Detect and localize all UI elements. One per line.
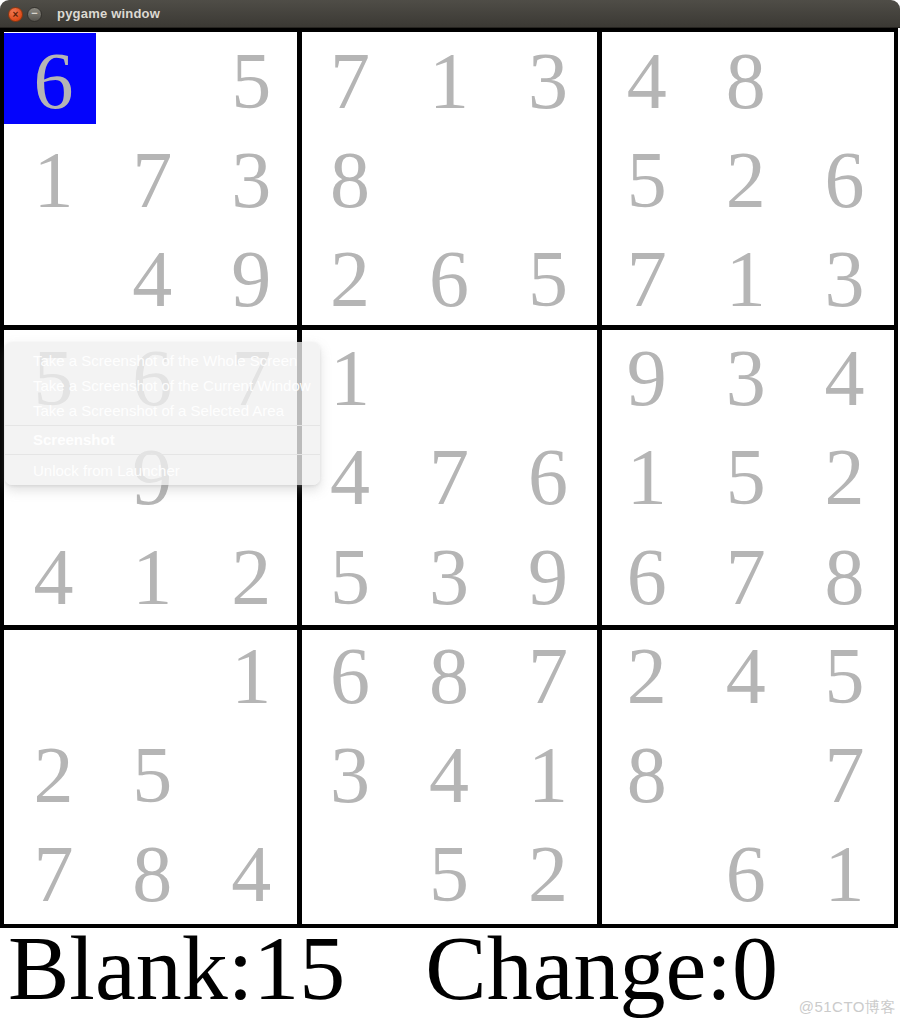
cell-r3c4[interactable]: 2: [301, 230, 400, 329]
cell-r9c5[interactable]: 5: [400, 825, 499, 924]
close-icon: ×: [13, 9, 19, 19]
cell-digit: 1: [231, 631, 271, 722]
cell-r6c3[interactable]: 2: [202, 528, 301, 627]
cell-digit: 1: [825, 829, 865, 920]
cell-digit: 7: [627, 234, 667, 325]
cell-digit: 5: [528, 234, 568, 325]
cell-digit: 1: [726, 234, 766, 325]
cell-r7c8[interactable]: 4: [696, 627, 795, 726]
cell-digit: 4: [627, 36, 667, 127]
cell-r9c9[interactable]: 1: [795, 825, 894, 924]
cell-r6c5[interactable]: 3: [400, 528, 499, 627]
cell-digit: 4: [231, 829, 271, 920]
cell-r8c6[interactable]: 1: [498, 726, 597, 825]
cell-r7c3[interactable]: 1: [202, 627, 301, 726]
cell-r5c8[interactable]: 5: [696, 428, 795, 527]
cell-r2c8[interactable]: 2: [696, 131, 795, 230]
cell-digit: 8: [429, 631, 469, 722]
window-titlebar[interactable]: × − pygame window: [0, 0, 900, 28]
cell-digit: 1: [33, 135, 73, 226]
cell-digit: 1: [330, 333, 370, 424]
cell-r2c2[interactable]: 7: [103, 131, 202, 230]
cell-digit: 8: [330, 135, 370, 226]
cell-digit: 7: [33, 829, 73, 920]
cell-r1c5[interactable]: 1: [400, 32, 499, 131]
cell-digit: 2: [33, 730, 73, 821]
cell-r1c7[interactable]: 4: [597, 32, 696, 131]
cell-r8c3[interactable]: [202, 726, 301, 825]
cell-digit: 1: [429, 36, 469, 127]
cell-digit: 2: [627, 631, 667, 722]
cell-digit: 1: [528, 730, 568, 821]
cell-r9c7[interactable]: [597, 825, 696, 924]
cell-digit: 2: [528, 829, 568, 920]
cell-r8c7[interactable]: 8: [597, 726, 696, 825]
cell-r2c3[interactable]: 3: [202, 131, 301, 230]
cell-r5c9[interactable]: 2: [795, 428, 894, 527]
cell-r7c5[interactable]: 8: [400, 627, 499, 726]
cell-digit: 4: [726, 631, 766, 722]
cell-r1c6[interactable]: 3: [498, 32, 597, 131]
cell-digit: 3: [528, 36, 568, 127]
cell-r4c6[interactable]: [498, 329, 597, 428]
cell-r1c3[interactable]: 5: [202, 32, 301, 131]
minimize-icon: −: [31, 9, 37, 18]
cell-r4c9[interactable]: 4: [795, 329, 894, 428]
cell-r6c6[interactable]: 9: [498, 528, 597, 627]
cell-r2c7[interactable]: 5: [597, 131, 696, 230]
cell-r2c5[interactable]: [400, 131, 499, 230]
cell-r1c9[interactable]: [795, 32, 894, 131]
cell-digit: 6: [726, 829, 766, 920]
menu-separator: [5, 454, 320, 455]
cell-r8c9[interactable]: 7: [795, 726, 894, 825]
cell-digit: 5: [231, 36, 271, 127]
cell-r4c7[interactable]: 9: [597, 329, 696, 428]
cell-digit: 3: [330, 730, 370, 821]
cell-digit: 4: [330, 432, 370, 523]
cell-r9c2[interactable]: 8: [103, 825, 202, 924]
cell-digit: 2: [330, 234, 370, 325]
cell-r5c6[interactable]: 6: [498, 428, 597, 527]
cell-digit: 3: [726, 333, 766, 424]
cell-r8c8[interactable]: [696, 726, 795, 825]
cell-r5c7[interactable]: 1: [597, 428, 696, 527]
window-title: pygame window: [57, 0, 160, 27]
menu-item-take-a-screenshot-of-a-selected-area[interactable]: Take a Screenshot of a Selected Area: [5, 398, 320, 423]
cell-r7c4[interactable]: 6: [301, 627, 400, 726]
cell-digit: 5: [330, 532, 370, 623]
cell-r3c6[interactable]: 5: [498, 230, 597, 329]
cell-r2c6[interactable]: [498, 131, 597, 230]
cell-r6c9[interactable]: 8: [795, 528, 894, 627]
status-bar: Blank:15 Change:0: [8, 916, 778, 1022]
cell-r8c1[interactable]: 2: [4, 726, 103, 825]
cell-r7c2[interactable]: [103, 627, 202, 726]
cell-r9c4[interactable]: [301, 825, 400, 924]
cell-digit: 6: [825, 135, 865, 226]
cell-digit: 5: [132, 730, 172, 821]
cell-digit: 2: [726, 135, 766, 226]
cell-r4c5[interactable]: [400, 329, 499, 428]
cell-digit: 5: [726, 432, 766, 523]
change-count-label: Change:0: [425, 916, 778, 1022]
menu-separator: [5, 425, 320, 426]
cell-digit: 1: [132, 532, 172, 623]
cell-r6c4[interactable]: 5: [301, 528, 400, 627]
screenshot-menu: Take a Screenshot of the Whole ScreenTak…: [5, 342, 320, 485]
cell-r3c1[interactable]: [4, 230, 103, 329]
blank-count-label: Blank:15: [8, 916, 345, 1022]
cell-digit: 8: [825, 532, 865, 623]
cell-r3c8[interactable]: 1: [696, 230, 795, 329]
cell-digit: 9: [627, 333, 667, 424]
cell-r3c3[interactable]: 9: [202, 230, 301, 329]
cell-digit: 6: [33, 36, 73, 127]
cell-r6c8[interactable]: 7: [696, 528, 795, 627]
cell-r9c8[interactable]: 6: [696, 825, 795, 924]
cell-digit: 6: [528, 432, 568, 523]
menu-item-take-a-screenshot-of-the-whole-screen[interactable]: Take a Screenshot of the Whole Screen: [5, 348, 320, 373]
cell-r3c5[interactable]: 6: [400, 230, 499, 329]
cell-digit: 8: [132, 829, 172, 920]
cell-digit: 7: [132, 135, 172, 226]
close-button[interactable]: ×: [8, 7, 23, 22]
cell-r3c7[interactable]: 7: [597, 230, 696, 329]
cell-r6c7[interactable]: 6: [597, 528, 696, 627]
cell-digit: 9: [528, 532, 568, 623]
cell-r2c4[interactable]: 8: [301, 131, 400, 230]
cell-digit: 8: [627, 730, 667, 821]
cell-digit: 3: [429, 532, 469, 623]
cell-digit: 6: [429, 234, 469, 325]
cell-r9c3[interactable]: 4: [202, 825, 301, 924]
cell-r2c9[interactable]: 6: [795, 131, 894, 230]
cell-digit: 2: [231, 532, 271, 623]
cell-r3c2[interactable]: 4: [103, 230, 202, 329]
cell-r5c5[interactable]: 7: [400, 428, 499, 527]
cell-digit: 6: [330, 631, 370, 722]
menu-item-unlock-from-launcher[interactable]: Unlock from Launcher: [5, 457, 320, 485]
cell-r7c6[interactable]: 7: [498, 627, 597, 726]
cell-r7c1[interactable]: [4, 627, 103, 726]
cell-digit: 6: [627, 532, 667, 623]
cell-digit: 7: [429, 432, 469, 523]
cell-r9c1[interactable]: 7: [4, 825, 103, 924]
menu-item-take-a-screenshot-of-the-current-window[interactable]: Take a Screenshot of the Current Window: [5, 373, 320, 398]
cell-digit: 4: [132, 234, 172, 325]
cell-digit: 3: [825, 234, 865, 325]
cell-digit: 9: [231, 234, 271, 325]
cell-digit: 7: [528, 631, 568, 722]
cell-digit: 4: [33, 532, 73, 623]
cell-r1c8[interactable]: 8: [696, 32, 795, 131]
cell-r2c1[interactable]: 1: [4, 131, 103, 230]
cell-digit: 5: [429, 829, 469, 920]
cell-digit: 3: [231, 135, 271, 226]
watermark: @51CTO博客: [799, 998, 896, 1017]
cell-digit: 5: [627, 135, 667, 226]
cell-r3c9[interactable]: 3: [795, 230, 894, 329]
cell-digit: 7: [330, 36, 370, 127]
cell-digit: 2: [825, 432, 865, 523]
cell-r1c2[interactable]: [103, 32, 202, 131]
cell-digit: 4: [825, 333, 865, 424]
cell-r4c8[interactable]: 3: [696, 329, 795, 428]
cell-digit: 5: [825, 631, 865, 722]
menu-item-screenshot[interactable]: Screenshot: [5, 428, 320, 452]
cell-r6c2[interactable]: 1: [103, 528, 202, 627]
cell-digit: 7: [726, 532, 766, 623]
cell-digit: 7: [825, 730, 865, 821]
cell-r7c9[interactable]: 5: [795, 627, 894, 726]
cell-r7c7[interactable]: 2: [597, 627, 696, 726]
cell-r9c6[interactable]: 2: [498, 825, 597, 924]
cell-r8c4[interactable]: 3: [301, 726, 400, 825]
minimize-button[interactable]: −: [27, 7, 42, 22]
cell-digit: 1: [627, 432, 667, 523]
cell-r1c1[interactable]: 6: [4, 32, 103, 131]
cell-r8c5[interactable]: 4: [400, 726, 499, 825]
cell-r6c1[interactable]: 4: [4, 528, 103, 627]
cell-r8c2[interactable]: 5: [103, 726, 202, 825]
cell-digit: 8: [726, 36, 766, 127]
cell-r1c4[interactable]: 7: [301, 32, 400, 131]
cell-digit: 4: [429, 730, 469, 821]
